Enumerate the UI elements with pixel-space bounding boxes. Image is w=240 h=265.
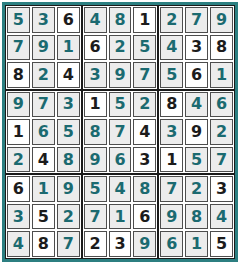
cell-r3c7[interactable]: 5 [160, 62, 183, 88]
cell-r2c7[interactable]: 4 [160, 35, 183, 61]
cell-r6c2[interactable]: 4 [32, 147, 55, 173]
cell-r6c4[interactable]: 9 [84, 147, 107, 173]
cell-r7c4[interactable]: 5 [84, 176, 107, 202]
cell-r8c2[interactable]: 5 [32, 204, 55, 230]
cell-r7c8[interactable]: 2 [185, 176, 208, 202]
cell-r7c9[interactable]: 3 [210, 176, 233, 202]
cell-r9c7[interactable]: 6 [160, 231, 183, 257]
box-2-2: 152874963 [82, 90, 159, 175]
cell-r9c4[interactable]: 2 [84, 231, 107, 257]
cell-r1c1[interactable]: 5 [7, 7, 30, 33]
cell-r9c1[interactable]: 4 [7, 231, 30, 257]
cell-r8c6[interactable]: 6 [133, 204, 156, 230]
cell-r1c6[interactable]: 1 [133, 7, 156, 33]
cell-r5c4[interactable]: 8 [84, 119, 107, 145]
cell-r5c5[interactable]: 7 [109, 119, 132, 145]
cell-r7c6[interactable]: 8 [133, 176, 156, 202]
cell-r2c3[interactable]: 1 [57, 35, 80, 61]
cell-r2c8[interactable]: 3 [185, 35, 208, 61]
cell-r9c3[interactable]: 7 [57, 231, 80, 257]
cell-r5c2[interactable]: 6 [32, 119, 55, 145]
cell-r2c1[interactable]: 7 [7, 35, 30, 61]
sudoku-page: 5367918244816253972794385619731652481528… [0, 0, 240, 265]
cell-r4c7[interactable]: 8 [160, 92, 183, 118]
cell-r3c1[interactable]: 8 [7, 62, 30, 88]
box-3-2: 548716239 [82, 174, 159, 259]
box-1-1: 536791824 [5, 5, 82, 90]
cell-r4c8[interactable]: 4 [185, 92, 208, 118]
cell-r5c3[interactable]: 5 [57, 119, 80, 145]
cell-r6c7[interactable]: 1 [160, 147, 183, 173]
cell-r3c8[interactable]: 6 [185, 62, 208, 88]
cell-r9c9[interactable]: 5 [210, 231, 233, 257]
cell-r2c5[interactable]: 2 [109, 35, 132, 61]
cell-r4c4[interactable]: 1 [84, 92, 107, 118]
cell-r5c7[interactable]: 3 [160, 119, 183, 145]
cell-r4c3[interactable]: 3 [57, 92, 80, 118]
cell-r4c2[interactable]: 7 [32, 92, 55, 118]
cell-r7c3[interactable]: 9 [57, 176, 80, 202]
cell-r1c4[interactable]: 4 [84, 7, 107, 33]
cell-r1c3[interactable]: 6 [57, 7, 80, 33]
cell-r2c9[interactable]: 8 [210, 35, 233, 61]
cell-r8c1[interactable]: 3 [7, 204, 30, 230]
box-1-2: 481625397 [82, 5, 159, 90]
cell-r2c6[interactable]: 5 [133, 35, 156, 61]
cell-r6c6[interactable]: 3 [133, 147, 156, 173]
cell-r7c7[interactable]: 7 [160, 176, 183, 202]
cell-r9c5[interactable]: 3 [109, 231, 132, 257]
box-1-3: 279438561 [158, 5, 235, 90]
cell-r6c5[interactable]: 6 [109, 147, 132, 173]
cell-r3c6[interactable]: 7 [133, 62, 156, 88]
cell-r2c2[interactable]: 9 [32, 35, 55, 61]
cell-r9c2[interactable]: 8 [32, 231, 55, 257]
cell-r3c3[interactable]: 4 [57, 62, 80, 88]
cell-r4c6[interactable]: 2 [133, 92, 156, 118]
box-3-1: 619352487 [5, 174, 82, 259]
cell-r6c1[interactable]: 2 [7, 147, 30, 173]
cell-r8c5[interactable]: 1 [109, 204, 132, 230]
cell-r8c4[interactable]: 7 [84, 204, 107, 230]
cell-r4c9[interactable]: 6 [210, 92, 233, 118]
cell-r5c1[interactable]: 1 [7, 119, 30, 145]
cell-r8c9[interactable]: 4 [210, 204, 233, 230]
cell-r3c5[interactable]: 9 [109, 62, 132, 88]
cell-r4c5[interactable]: 5 [109, 92, 132, 118]
cell-r6c3[interactable]: 8 [57, 147, 80, 173]
cell-r6c8[interactable]: 5 [185, 147, 208, 173]
cell-r9c8[interactable]: 1 [185, 231, 208, 257]
cell-r1c2[interactable]: 3 [32, 7, 55, 33]
cell-r7c2[interactable]: 1 [32, 176, 55, 202]
cell-r5c9[interactable]: 2 [210, 119, 233, 145]
cell-r6c9[interactable]: 7 [210, 147, 233, 173]
cell-r3c2[interactable]: 2 [32, 62, 55, 88]
cell-r1c8[interactable]: 7 [185, 7, 208, 33]
cell-r8c8[interactable]: 8 [185, 204, 208, 230]
cell-r7c1[interactable]: 6 [7, 176, 30, 202]
cell-r5c8[interactable]: 9 [185, 119, 208, 145]
cell-r2c4[interactable]: 6 [84, 35, 107, 61]
box-2-3: 846392157 [158, 90, 235, 175]
cell-r1c7[interactable]: 2 [160, 7, 183, 33]
cell-r1c9[interactable]: 9 [210, 7, 233, 33]
box-3-3: 723984615 [158, 174, 235, 259]
cell-r1c5[interactable]: 8 [109, 7, 132, 33]
cell-r5c6[interactable]: 4 [133, 119, 156, 145]
cell-r3c4[interactable]: 3 [84, 62, 107, 88]
cell-r8c7[interactable]: 9 [160, 204, 183, 230]
cell-r9c6[interactable]: 9 [133, 231, 156, 257]
sudoku-board: 5367918244816253972794385619731652481528… [2, 2, 238, 262]
cell-r3c9[interactable]: 1 [210, 62, 233, 88]
cell-r7c5[interactable]: 4 [109, 176, 132, 202]
box-2-1: 973165248 [5, 90, 82, 175]
cell-r8c3[interactable]: 2 [57, 204, 80, 230]
cell-r4c1[interactable]: 9 [7, 92, 30, 118]
